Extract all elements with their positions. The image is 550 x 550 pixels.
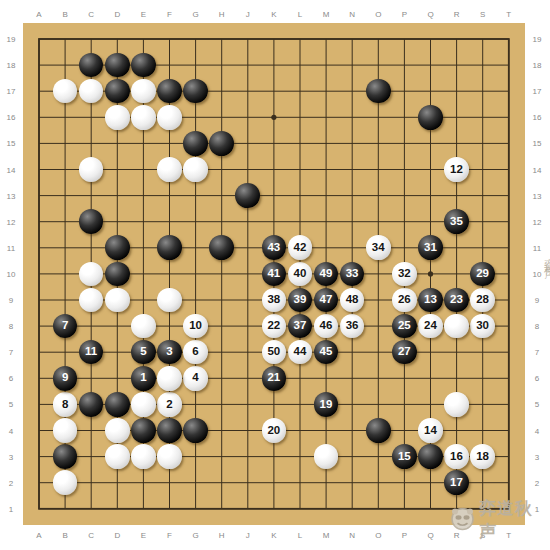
row-label-left-1: 1: [9, 504, 13, 513]
white-stone-C10: [79, 262, 104, 287]
black-stone-D18: [105, 53, 130, 78]
white-stone-L7-move-44: 44: [288, 340, 313, 365]
column-label-top-J: J: [246, 10, 250, 19]
column-label-top-K: K: [271, 10, 276, 19]
white-stone-F5-move-2: 2: [157, 392, 182, 417]
white-stone-E8: [131, 314, 156, 339]
black-stone-O17: [366, 79, 391, 104]
white-stone-Q4-move-14: 14: [418, 418, 443, 443]
black-stone-K6-move-21: 21: [262, 366, 287, 391]
row-label-left-12: 12: [7, 217, 16, 226]
black-stone-R2-move-17: 17: [444, 470, 469, 495]
black-stone-C12: [79, 209, 104, 234]
black-stone-D11: [105, 235, 130, 260]
row-label-left-19: 19: [7, 35, 16, 44]
white-stone-G7-move-6: 6: [183, 340, 208, 365]
white-stone-R5: [444, 392, 469, 417]
black-stone-M7-move-45: 45: [314, 340, 339, 365]
white-stone-B2: [53, 470, 78, 495]
black-stone-B3: [53, 444, 78, 469]
white-stone-C17: [79, 79, 104, 104]
watermark-vertical-text: 弈道秋声: [541, 248, 550, 260]
white-stone-E5: [131, 392, 156, 417]
white-stone-G6-move-4: 4: [183, 366, 208, 391]
black-stone-L9-move-39: 39: [288, 288, 313, 313]
row-label-left-3: 3: [9, 452, 13, 461]
row-label-right-3: 3: [535, 452, 539, 461]
black-stone-G15: [183, 131, 208, 156]
row-label-left-7: 7: [9, 348, 13, 357]
white-stone-D9: [105, 288, 130, 313]
white-stone-E17: [131, 79, 156, 104]
column-label-bottom-R: R: [454, 531, 460, 540]
column-label-bottom-T: T: [506, 531, 511, 540]
row-label-right-11: 11: [533, 243, 541, 252]
white-stone-M3: [314, 444, 339, 469]
white-stone-F14: [157, 157, 182, 182]
column-label-bottom-K: K: [271, 531, 276, 540]
column-label-bottom-E: E: [141, 531, 146, 540]
black-stone-S10-move-29: 29: [470, 262, 495, 287]
white-stone-S8-move-30: 30: [470, 314, 495, 339]
black-stone-G4: [183, 418, 208, 443]
column-label-bottom-H: H: [219, 531, 225, 540]
white-stone-F6: [157, 366, 182, 391]
row-label-right-12: 12: [533, 217, 542, 226]
black-stone-M9-move-47: 47: [314, 288, 339, 313]
black-stone-Q16: [418, 105, 443, 130]
white-stone-P9-move-26: 26: [392, 288, 417, 313]
white-stone-S3-move-18: 18: [470, 444, 495, 469]
column-label-bottom-C: C: [88, 531, 94, 540]
column-label-bottom-M: M: [323, 531, 330, 540]
white-stone-C14: [79, 157, 104, 182]
white-stone-K7-move-50: 50: [262, 340, 287, 365]
row-label-left-9: 9: [9, 296, 13, 305]
column-label-top-H: H: [219, 10, 225, 19]
row-label-left-16: 16: [7, 113, 16, 122]
black-stone-O4: [366, 418, 391, 443]
row-label-right-7: 7: [535, 348, 539, 357]
column-label-top-E: E: [141, 10, 146, 19]
black-stone-E7-move-5: 5: [131, 340, 156, 365]
black-stone-P8-move-25: 25: [392, 314, 417, 339]
white-stone-S9-move-28: 28: [470, 288, 495, 313]
black-stone-D17: [105, 79, 130, 104]
black-stone-H15: [209, 131, 234, 156]
column-label-top-O: O: [375, 10, 381, 19]
column-label-bottom-N: N: [349, 531, 355, 540]
black-stone-Q11-move-31: 31: [418, 235, 443, 260]
column-label-bottom-S: S: [480, 531, 485, 540]
white-stone-R3-move-16: 16: [444, 444, 469, 469]
row-label-right-19: 19: [533, 35, 542, 44]
column-label-top-L: L: [298, 10, 302, 19]
white-stone-D16: [105, 105, 130, 130]
black-stone-L8-move-37: 37: [288, 314, 313, 339]
column-label-bottom-G: G: [192, 531, 198, 540]
column-label-top-P: P: [402, 10, 407, 19]
column-label-top-B: B: [62, 10, 67, 19]
black-stone-P7-move-27: 27: [392, 340, 417, 365]
row-label-right-6: 6: [535, 374, 539, 383]
row-label-left-13: 13: [7, 191, 16, 200]
row-label-left-6: 6: [9, 374, 13, 383]
black-stone-H11: [209, 235, 234, 260]
white-stone-L11-move-42: 42: [288, 235, 313, 260]
column-label-top-C: C: [88, 10, 94, 19]
column-label-top-M: M: [323, 10, 330, 19]
white-stone-F3: [157, 444, 182, 469]
black-stone-P3-move-15: 15: [392, 444, 417, 469]
white-stone-D3: [105, 444, 130, 469]
go-board: 1234567891011121314151617181920212223242…: [23, 23, 525, 525]
column-label-bottom-O: O: [375, 531, 381, 540]
row-label-left-11: 11: [7, 243, 15, 252]
black-stone-Q9-move-13: 13: [418, 288, 443, 313]
black-stone-F4: [157, 418, 182, 443]
white-stone-E16: [131, 105, 156, 130]
white-stone-G8-move-10: 10: [183, 314, 208, 339]
column-label-bottom-L: L: [298, 531, 302, 540]
black-stone-B6-move-9: 9: [53, 366, 78, 391]
row-label-left-8: 8: [9, 322, 13, 331]
column-label-top-R: R: [454, 10, 460, 19]
white-stone-F9: [157, 288, 182, 313]
column-label-top-G: G: [192, 10, 198, 19]
white-stone-K9-move-38: 38: [262, 288, 287, 313]
go-diagram-page: AABBCCDDEEFFGGHHJJKKLLMMNNOOPPQQRRSSTT19…: [0, 0, 550, 550]
white-stone-D4: [105, 418, 130, 443]
black-stone-F7-move-3: 3: [157, 340, 182, 365]
white-stone-P10-move-32: 32: [392, 262, 417, 287]
black-stone-F17: [157, 79, 182, 104]
row-label-left-5: 5: [9, 400, 13, 409]
black-stone-K11-move-43: 43: [262, 235, 287, 260]
row-label-right-5: 5: [535, 400, 539, 409]
row-label-right-14: 14: [533, 165, 542, 174]
white-stone-L10-move-40: 40: [288, 262, 313, 287]
black-stone-M5-move-19: 19: [314, 392, 339, 417]
white-stone-O11-move-34: 34: [366, 235, 391, 260]
column-label-bottom-F: F: [167, 531, 172, 540]
row-label-right-10: 10: [533, 269, 542, 278]
row-label-right-4: 4: [535, 426, 539, 435]
white-stone-C9: [79, 288, 104, 313]
black-stone-D10: [105, 262, 130, 287]
row-label-right-1: 1: [535, 504, 539, 513]
black-stone-M10-move-49: 49: [314, 262, 339, 287]
white-stone-N8-move-36: 36: [340, 314, 365, 339]
black-stone-C7-move-11: 11: [79, 340, 104, 365]
column-label-top-D: D: [114, 10, 120, 19]
white-stone-N9-move-48: 48: [340, 288, 365, 313]
black-stone-D5: [105, 392, 130, 417]
column-label-bottom-B: B: [62, 531, 67, 540]
black-stone-C5: [79, 392, 104, 417]
row-label-left-10: 10: [7, 269, 16, 278]
white-stone-B5-move-8: 8: [53, 392, 78, 417]
column-label-top-A: A: [36, 10, 41, 19]
row-label-right-9: 9: [535, 296, 539, 305]
black-stone-C18: [79, 53, 104, 78]
black-stone-R12-move-35: 35: [444, 209, 469, 234]
row-label-left-18: 18: [7, 61, 16, 70]
column-label-top-S: S: [480, 10, 485, 19]
black-stone-B8-move-7: 7: [53, 314, 78, 339]
white-stone-F16: [157, 105, 182, 130]
white-stone-B17: [53, 79, 78, 104]
row-label-left-4: 4: [9, 426, 13, 435]
black-stone-R9-move-23: 23: [444, 288, 469, 313]
row-label-right-13: 13: [533, 191, 542, 200]
row-label-right-8: 8: [535, 322, 539, 331]
black-stone-N10-move-33: 33: [340, 262, 365, 287]
row-label-left-17: 17: [7, 87, 16, 96]
row-label-left-14: 14: [7, 165, 16, 174]
white-stone-M8-move-46: 46: [314, 314, 339, 339]
row-label-right-18: 18: [533, 61, 542, 70]
black-stone-E6-move-1: 1: [131, 366, 156, 391]
column-label-top-F: F: [167, 10, 172, 19]
stones-layer: 1234567891011121314151617181920212223242…: [26, 26, 522, 522]
row-label-right-2: 2: [535, 478, 539, 487]
column-label-top-T: T: [506, 10, 511, 19]
white-stone-B4: [53, 418, 78, 443]
row-label-right-15: 15: [533, 139, 542, 148]
column-label-top-N: N: [349, 10, 355, 19]
black-stone-K10-move-41: 41: [262, 262, 287, 287]
white-stone-K8-move-22: 22: [262, 314, 287, 339]
black-stone-G17: [183, 79, 208, 104]
column-label-top-Q: Q: [427, 10, 433, 19]
white-stone-R8: [444, 314, 469, 339]
white-stone-K4-move-20: 20: [262, 418, 287, 443]
row-label-right-16: 16: [533, 113, 542, 122]
black-stone-E18: [131, 53, 156, 78]
row-label-left-15: 15: [7, 139, 16, 148]
column-label-bottom-J: J: [246, 531, 250, 540]
row-label-left-2: 2: [9, 478, 13, 487]
column-label-bottom-D: D: [114, 531, 120, 540]
column-label-bottom-P: P: [402, 531, 407, 540]
column-label-bottom-Q: Q: [427, 531, 433, 540]
black-stone-Q3: [418, 444, 443, 469]
column-label-bottom-A: A: [36, 531, 41, 540]
black-stone-J13: [235, 183, 260, 208]
row-label-right-17: 17: [533, 87, 542, 96]
white-stone-Q8-move-24: 24: [418, 314, 443, 339]
black-stone-F11: [157, 235, 182, 260]
black-stone-E4: [131, 418, 156, 443]
white-stone-R14-move-12: 12: [444, 157, 469, 182]
white-stone-E3: [131, 444, 156, 469]
white-stone-G14: [183, 157, 208, 182]
